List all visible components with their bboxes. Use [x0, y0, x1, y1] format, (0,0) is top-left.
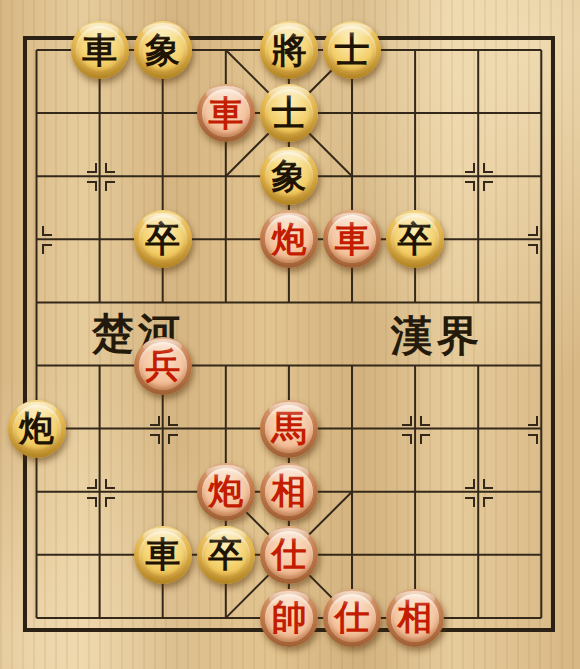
piece-face: 卒: [202, 531, 250, 579]
piece-face: 仕: [265, 531, 313, 579]
piece-black-soldier[interactable]: 卒: [134, 210, 192, 268]
piece-black-cannon[interactable]: 炮: [8, 400, 66, 458]
point-marker: [402, 434, 412, 444]
point-marker: [528, 416, 538, 426]
point-marker: [168, 434, 178, 444]
point-marker: [87, 181, 97, 191]
xiangqi-board[interactable]: 楚河 漢界 車象將士車士象卒炮車卒兵炮馬炮相車卒仕帥仕相: [0, 0, 580, 669]
piece-glyph: 車: [208, 96, 243, 131]
piece-black-advisor[interactable]: 士: [260, 84, 318, 142]
piece-red-advisor[interactable]: 仕: [323, 589, 381, 647]
piece-glyph: 卒: [398, 222, 433, 257]
piece-glyph: 馬: [271, 411, 306, 446]
point-marker: [528, 434, 538, 444]
piece-glyph: 車: [82, 33, 117, 68]
piece-red-cannon[interactable]: 炮: [197, 463, 255, 521]
piece-black-advisor[interactable]: 士: [323, 21, 381, 79]
piece-face: 象: [265, 152, 313, 200]
point-marker: [42, 226, 52, 236]
piece-glyph: 炮: [208, 474, 243, 509]
piece-black-general[interactable]: 將: [260, 21, 318, 79]
piece-black-chariot[interactable]: 車: [71, 21, 129, 79]
point-marker: [87, 479, 97, 489]
point-marker: [105, 163, 115, 173]
point-marker: [420, 434, 430, 444]
piece-face: 車: [139, 531, 187, 579]
piece-red-elephant[interactable]: 相: [386, 589, 444, 647]
piece-glyph: 象: [145, 33, 180, 68]
piece-red-advisor[interactable]: 仕: [260, 526, 318, 584]
piece-glyph: 相: [398, 600, 433, 635]
piece-glyph: 象: [271, 159, 306, 194]
piece-glyph: 炮: [271, 222, 306, 257]
piece-face: 炮: [13, 405, 61, 453]
point-marker: [105, 479, 115, 489]
piece-face: 車: [328, 215, 376, 263]
piece-face: 象: [139, 26, 187, 74]
piece-red-chariot[interactable]: 車: [197, 84, 255, 142]
piece-glyph: 帥: [271, 600, 306, 635]
point-marker: [402, 416, 412, 426]
point-marker: [168, 416, 178, 426]
piece-glyph: 車: [145, 537, 180, 572]
piece-face: 士: [265, 89, 313, 137]
piece-black-soldier[interactable]: 卒: [386, 210, 444, 268]
point-marker: [420, 416, 430, 426]
piece-glyph: 炮: [19, 411, 54, 446]
point-marker: [105, 497, 115, 507]
piece-red-general[interactable]: 帥: [260, 589, 318, 647]
point-marker: [465, 497, 475, 507]
piece-glyph: 將: [271, 33, 306, 68]
piece-black-chariot[interactable]: 車: [134, 526, 192, 584]
piece-face: 卒: [139, 215, 187, 263]
piece-face: 車: [202, 89, 250, 137]
piece-black-soldier[interactable]: 卒: [197, 526, 255, 584]
piece-face: 仕: [328, 594, 376, 642]
piece-face: 士: [328, 26, 376, 74]
point-marker: [105, 181, 115, 191]
piece-face: 相: [265, 468, 313, 516]
point-marker: [483, 181, 493, 191]
point-marker: [483, 497, 493, 507]
piece-face: 炮: [265, 215, 313, 263]
point-marker: [150, 416, 160, 426]
point-marker: [465, 479, 475, 489]
point-marker: [150, 434, 160, 444]
piece-face: 兵: [139, 342, 187, 390]
piece-black-elephant[interactable]: 象: [260, 147, 318, 205]
point-marker: [465, 163, 475, 173]
river-label-right: 漢界: [391, 315, 483, 357]
piece-red-elephant[interactable]: 相: [260, 463, 318, 521]
piece-glyph: 士: [335, 33, 370, 68]
piece-face: 相: [391, 594, 439, 642]
piece-face: 炮: [202, 468, 250, 516]
piece-red-cannon[interactable]: 炮: [260, 210, 318, 268]
point-marker: [483, 479, 493, 489]
piece-glyph: 車: [335, 222, 370, 257]
piece-face: 將: [265, 26, 313, 74]
piece-black-elephant[interactable]: 象: [134, 21, 192, 79]
piece-glyph: 仕: [271, 537, 306, 572]
point-marker: [528, 244, 538, 254]
piece-face: 帥: [265, 594, 313, 642]
piece-face: 卒: [391, 215, 439, 263]
piece-face: 車: [76, 26, 124, 74]
piece-glyph: 仕: [335, 600, 370, 635]
piece-glyph: 兵: [145, 348, 180, 383]
piece-red-horse[interactable]: 馬: [260, 400, 318, 458]
point-marker: [528, 226, 538, 236]
piece-red-soldier[interactable]: 兵: [134, 337, 192, 395]
piece-red-chariot[interactable]: 車: [323, 210, 381, 268]
piece-glyph: 士: [271, 96, 306, 131]
point-marker: [87, 497, 97, 507]
piece-glyph: 卒: [208, 537, 243, 572]
piece-face: 馬: [265, 405, 313, 453]
piece-glyph: 相: [271, 474, 306, 509]
point-marker: [87, 163, 97, 173]
point-marker: [42, 244, 52, 254]
piece-glyph: 卒: [145, 222, 180, 257]
point-marker: [465, 181, 475, 191]
point-marker: [483, 163, 493, 173]
